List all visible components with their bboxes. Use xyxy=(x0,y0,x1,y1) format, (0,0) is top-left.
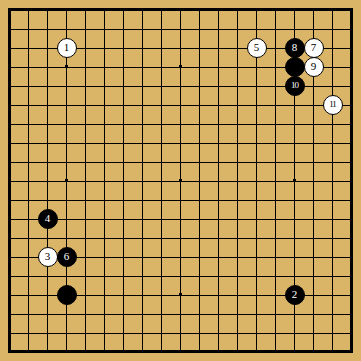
stone-move-number: 1 xyxy=(64,42,70,53)
stone-move-number: 7 xyxy=(311,42,317,53)
go-board: 1587910114362 xyxy=(0,0,361,361)
white-stone-O17: 5 xyxy=(247,38,267,58)
black-stone-Q17: 8 xyxy=(285,38,305,58)
stone-move-number: 2 xyxy=(292,289,298,300)
stone-move-number: 6 xyxy=(64,251,70,262)
stone-move-number: 4 xyxy=(45,213,51,224)
stone-move-number: 8 xyxy=(292,42,298,53)
stones-layer: 1587910114362 xyxy=(0,0,361,361)
stone-move-number: 5 xyxy=(254,42,260,53)
stone-move-number: 11 xyxy=(329,100,336,109)
white-stone-S14: 11 xyxy=(323,95,343,115)
black-stone-D6: 6 xyxy=(57,247,77,267)
stone-move-number: 9 xyxy=(311,61,317,72)
white-stone-R17: 7 xyxy=(304,38,324,58)
black-stone-Q16 xyxy=(285,57,305,77)
black-stone-Q4: 2 xyxy=(285,285,305,305)
stone-move-number: 10 xyxy=(291,81,298,90)
black-stone-C8: 4 xyxy=(38,209,58,229)
white-stone-R16: 9 xyxy=(304,57,324,77)
white-stone-D17: 1 xyxy=(57,38,77,58)
black-stone-D4 xyxy=(57,285,77,305)
black-stone-Q15: 10 xyxy=(285,76,305,96)
white-stone-C6: 3 xyxy=(38,247,58,267)
stone-move-number: 3 xyxy=(45,251,51,262)
